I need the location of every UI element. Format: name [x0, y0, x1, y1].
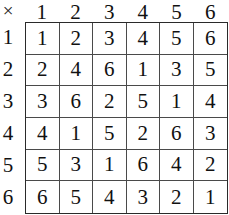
- row-header: 5: [0, 149, 25, 181]
- table-cell: 6: [60, 86, 94, 118]
- table-cell: 4: [194, 86, 228, 118]
- table-cell: 6: [194, 23, 228, 55]
- row-header: 1: [0, 22, 25, 54]
- product-grid: 123456246135362514415263531642654321: [25, 22, 228, 214]
- table-cell: 3: [60, 150, 94, 182]
- table-cell: 2: [93, 86, 127, 118]
- row-header: 3: [0, 86, 25, 118]
- table-cell: 1: [93, 150, 127, 182]
- table-cell: 3: [194, 118, 228, 150]
- table-cell: 3: [93, 23, 127, 55]
- table-cell: 4: [26, 118, 60, 150]
- table-cell: 1: [127, 55, 161, 87]
- table-cell: 3: [160, 55, 194, 87]
- table-cell: 1: [194, 181, 228, 213]
- table-cell: 3: [26, 86, 60, 118]
- table-cell: 2: [194, 150, 228, 182]
- table-cell: 2: [26, 55, 60, 87]
- table-cell: 4: [127, 23, 161, 55]
- table-cell: 1: [26, 23, 60, 55]
- table-cell: 4: [93, 181, 127, 213]
- table-cell: 2: [60, 23, 94, 55]
- row-header: 2: [0, 54, 25, 86]
- table-cell: 6: [93, 55, 127, 87]
- row-header: 4: [0, 118, 25, 150]
- row-headers: 123456: [0, 22, 25, 213]
- table-cell: 5: [194, 55, 228, 87]
- row-header: 6: [0, 181, 25, 213]
- table-cell: 5: [93, 118, 127, 150]
- table-cell: 5: [160, 23, 194, 55]
- table-cell: 5: [127, 86, 161, 118]
- table-cell: 6: [160, 118, 194, 150]
- table-cell: 5: [26, 150, 60, 182]
- table-cell: 4: [60, 55, 94, 87]
- operator-label: ×: [0, 0, 25, 21]
- multiplication-table-figure: × 123456 123456 123456246135362514415263…: [0, 0, 229, 215]
- table-cell: 4: [160, 150, 194, 182]
- table-cell: 2: [160, 181, 194, 213]
- col-headers: 123456: [25, 0, 227, 21]
- table-cell: 6: [26, 181, 60, 213]
- table-cell: 1: [160, 86, 194, 118]
- table-cell: 2: [127, 118, 161, 150]
- table-cell: 6: [127, 150, 161, 182]
- table-cell: 1: [60, 118, 94, 150]
- table-cell: 3: [127, 181, 161, 213]
- table-cell: 5: [60, 181, 94, 213]
